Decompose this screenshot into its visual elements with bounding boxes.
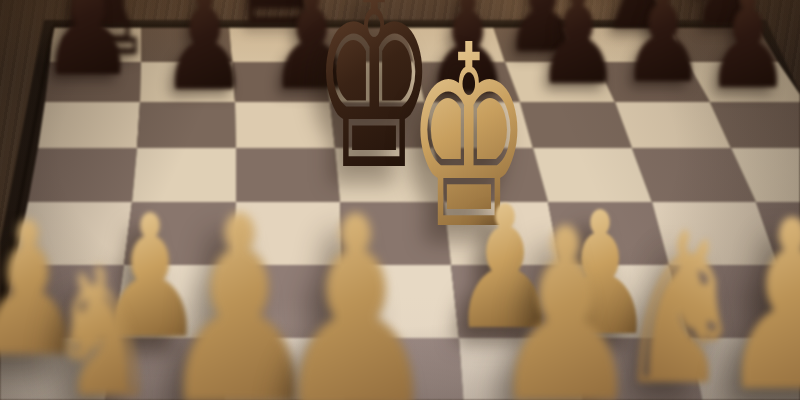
pieces-layer: ♜♛♝♞♟♟♟♟♟♟♟♟♚♚♟♟♟♟♞♟♟♟♞♟ <box>0 0 800 400</box>
chess-piece-glyph: ♟ <box>40 0 137 97</box>
chess-piece-glyph: ♝ <box>588 0 692 58</box>
chess-piece-glyph: ♚ <box>312 0 435 205</box>
white-knight-b2: ♞ <box>0 243 253 400</box>
black-king-d5: ♚ <box>224 0 524 205</box>
chess-piece-glyph: ♟ <box>160 0 249 111</box>
chess-piece-glyph: ♟ <box>156 182 324 400</box>
chess-piece-glyph: ♞ <box>680 0 765 45</box>
black-bishop-g8: ♝ <box>490 0 790 58</box>
white-pawn-c2: ♟ <box>90 182 390 400</box>
white-pawn-d2: ♟ <box>206 182 506 400</box>
chess-piece-glyph: ♟ <box>270 182 441 400</box>
black-pawn-g6: ♟ <box>513 0 800 101</box>
black-pawn-a7: ♟ <box>0 0 238 97</box>
white-knight-g2: ♞ <box>530 205 800 400</box>
chess-piece-glyph: ♛ <box>217 0 338 58</box>
chess-piece-glyph: ♟ <box>95 192 205 362</box>
chess-piece-glyph: ♟ <box>268 0 356 109</box>
chess-piece-glyph: ♞ <box>614 205 746 400</box>
chess-piece-glyph: ♟ <box>620 0 705 101</box>
chess-piece-glyph: ♟ <box>545 189 655 359</box>
chess-piece-glyph: ♚ <box>407 12 531 264</box>
black-knight-h8: ♞ <box>572 0 800 45</box>
white-pawn-f2: ♟ <box>416 197 716 400</box>
black-pawn-f7: ♟ <box>393 0 693 70</box>
chess-piece-glyph: ♟ <box>705 0 792 108</box>
black-queen-c8: ♛ <box>128 0 428 58</box>
white-pawn-a2: ♟ <box>0 198 178 383</box>
white-pawn-e3: ♟ <box>355 183 655 353</box>
chess-piece-glyph: ♟ <box>535 0 620 103</box>
chess-piece-glyph: ♞ <box>47 243 160 400</box>
black-pawn-e6: ♟ <box>318 0 618 114</box>
chessboard-photo: ♜♛♝♞♟♟♟♟♟♟♟♟♚♚♟♟♟♟♞♟♟♟♞♟ <box>0 0 800 400</box>
black-pawn-d6: ♟ <box>162 0 462 109</box>
black-pawn-f6: ♟ <box>428 0 728 103</box>
chess-piece-glyph: ♟ <box>450 183 560 353</box>
chess-piece-glyph: ♟ <box>0 198 88 383</box>
white-pawn-h2: ♟ <box>642 189 800 400</box>
chess-piece-glyph: ♟ <box>504 0 581 70</box>
black-rook-a8: ♜ <box>0 0 250 87</box>
chess-piece-glyph: ♟ <box>716 189 800 400</box>
chess-piece-glyph: ♟ <box>489 197 644 400</box>
white-pawn-f3: ♟ <box>450 189 750 359</box>
white-king-e4: ♚ <box>319 12 619 264</box>
black-pawn-c6: ♟ <box>55 0 355 111</box>
chess-piece-glyph: ♟ <box>423 0 512 114</box>
white-pawn-b3: ♟ <box>0 192 300 362</box>
black-pawn-h6: ♟ <box>598 0 800 108</box>
chess-piece-glyph: ♜ <box>42 0 158 87</box>
